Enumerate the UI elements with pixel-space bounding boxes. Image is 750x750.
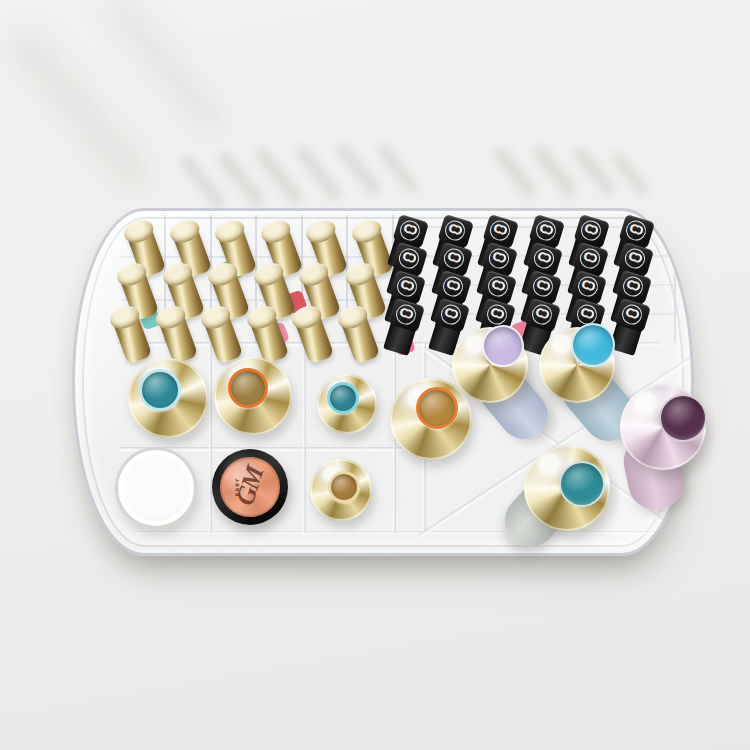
jar-lid xyxy=(139,369,181,411)
gold-jar xyxy=(317,374,377,434)
chanel-cc-logo: CC xyxy=(487,246,512,271)
chanel-cc-logo: CC xyxy=(622,246,647,271)
chanel-cc-logo: CC xyxy=(576,274,601,299)
bottle-cap-disc xyxy=(482,325,524,367)
chanel-cc-logo: CC xyxy=(532,246,557,271)
jar-lid xyxy=(416,387,458,429)
powder-puff-compact xyxy=(115,447,197,529)
chanel-cc-logo: CC xyxy=(394,302,419,327)
blush-microtext: BABY xyxy=(235,478,241,497)
chanel-cc-logo: CC xyxy=(621,274,646,299)
gold-jar xyxy=(390,378,472,460)
chanel-cc-logo: CC xyxy=(623,218,648,243)
photo-scene: CCCCCCCCCCCCCCCCCCCCCCCCCCCCCCCCCCCCCCCC… xyxy=(0,0,750,750)
bottle-cap-disc xyxy=(559,461,605,507)
chanel-cc-logo: CC xyxy=(441,246,466,271)
jar-lid xyxy=(328,471,360,503)
cosmetics-layer: CCCCCCCCCCCCCCCCCCCCCCCCCCCCCCCCCCCCCCCC… xyxy=(0,0,750,750)
gold-jar xyxy=(214,357,292,435)
bottle-cap-disc xyxy=(659,394,707,442)
chanel-cc-logo: CC xyxy=(396,246,421,271)
gold-jar xyxy=(128,358,208,438)
blush-jar: GMBABY xyxy=(212,449,288,525)
chanel-cc-logo: CC xyxy=(577,246,602,271)
bottle-cap xyxy=(539,327,615,403)
jar-lid xyxy=(228,368,268,408)
chanel-cc-logo: CC xyxy=(443,218,468,243)
chanel-cc-logo: CC xyxy=(533,218,558,243)
chanel-cc-logo: CC xyxy=(488,218,513,243)
chanel-cc-logo: CC xyxy=(395,274,420,299)
jar-lid xyxy=(327,382,359,414)
chanel-cc-logo: CC xyxy=(440,274,465,299)
bottle-cap xyxy=(620,384,706,470)
chanel-cc-logo: CC xyxy=(530,274,555,299)
chanel-cc-logo: CC xyxy=(578,218,603,243)
chanel-cc-logo: CC xyxy=(529,302,554,327)
bottle-cap xyxy=(524,445,610,531)
chanel-cc-logo: CC xyxy=(397,218,422,243)
blush-lid: GMBABY xyxy=(220,457,280,517)
bottle-cap-disc xyxy=(571,323,615,367)
gold-jar xyxy=(310,459,372,521)
bottle-cap xyxy=(452,327,528,403)
chanel-cc-logo: CC xyxy=(485,274,510,299)
chanel-cc-logo: CC xyxy=(620,302,645,327)
chanel-cc-logo: CC xyxy=(439,302,464,327)
chanel-cc-logo: CC xyxy=(484,302,509,327)
